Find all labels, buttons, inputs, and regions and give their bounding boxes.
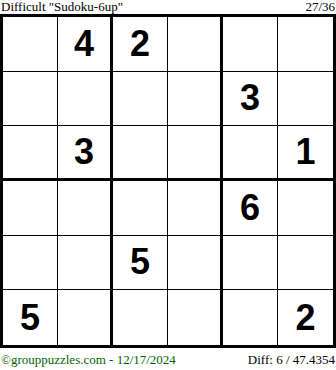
cell-r4c4[interactable]: [168, 181, 223, 236]
cell-r3c5[interactable]: [223, 126, 278, 181]
cell-r2c5[interactable]: 3: [223, 72, 278, 127]
progress-counter: 27/36: [305, 0, 335, 14]
cell-r4c2[interactable]: [58, 181, 113, 236]
cell-r1c5[interactable]: [223, 17, 278, 72]
cell-r6c4[interactable]: [168, 290, 223, 345]
cell-r5c3[interactable]: 5: [113, 236, 168, 291]
cell-r1c6[interactable]: [278, 17, 333, 72]
cell-r1c2[interactable]: 4: [58, 17, 113, 72]
cell-r3c1[interactable]: [3, 126, 58, 181]
cell-r3c3[interactable]: [113, 126, 168, 181]
cell-r4c5[interactable]: 6: [223, 181, 278, 236]
footer: ©grouppuzzles.com - 12/17/2024 Diff: 6 /…: [0, 348, 336, 370]
cell-r4c6[interactable]: [278, 181, 333, 236]
cell-r1c4[interactable]: [168, 17, 223, 72]
sudoku-grid: 423316552: [0, 14, 336, 348]
cell-r2c3[interactable]: [113, 72, 168, 127]
page-title: Difficult "Sudoku-6up": [1, 0, 123, 14]
cell-r1c3[interactable]: 2: [113, 17, 168, 72]
cell-r2c2[interactable]: [58, 72, 113, 127]
cell-r4c1[interactable]: [3, 181, 58, 236]
cell-r5c1[interactable]: [3, 236, 58, 291]
cell-r6c1[interactable]: 5: [3, 290, 58, 345]
cell-r5c5[interactable]: [223, 236, 278, 291]
cell-r6c3[interactable]: [113, 290, 168, 345]
cell-r2c6[interactable]: [278, 72, 333, 127]
difficulty-text: Diff: 6 / 47.4354: [248, 352, 335, 368]
cell-r6c5[interactable]: [223, 290, 278, 345]
cell-r5c2[interactable]: [58, 236, 113, 291]
cell-r6c2[interactable]: [58, 290, 113, 345]
cell-r6c6[interactable]: 2: [278, 290, 333, 345]
copyright-text: ©grouppuzzles.com - 12/17/2024: [1, 352, 176, 368]
cell-r2c4[interactable]: [168, 72, 223, 127]
cell-r4c3[interactable]: [113, 181, 168, 236]
cell-r3c4[interactable]: [168, 126, 223, 181]
cell-r5c6[interactable]: [278, 236, 333, 291]
cell-r3c2[interactable]: 3: [58, 126, 113, 181]
cell-r1c1[interactable]: [3, 17, 58, 72]
cell-r2c1[interactable]: [3, 72, 58, 127]
header: Difficult "Sudoku-6up" 27/36: [0, 0, 336, 14]
cell-r3c6[interactable]: 1: [278, 126, 333, 181]
cell-r5c4[interactable]: [168, 236, 223, 291]
